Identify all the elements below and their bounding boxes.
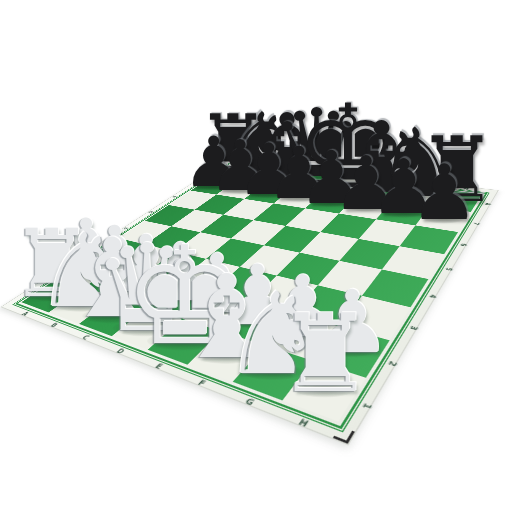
coord-rank-right-3: 3 [408,325,419,331]
chess-set-scene: AABBCCDDEEFFGGHH1122334455667788 ♜♞♝♛♚♝♞… [0,0,512,512]
mat-corner-fold [333,426,355,444]
coord-file-near-H: H [297,418,310,429]
piece-white-rook-h1[interactable]: ♜ [277,301,373,409]
coord-rank-right-4: 4 [428,294,438,299]
coord-rank-right-6: 6 [459,243,468,247]
coord-rank-left-6: 6 [171,196,178,198]
coord-rank-right-5: 5 [444,267,454,271]
piece-black-pawn-h7[interactable]: ♟ [410,155,478,231]
